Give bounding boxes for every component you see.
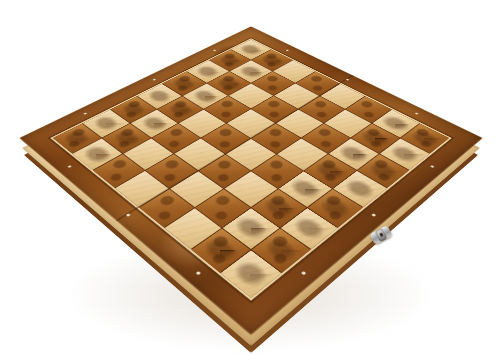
square-a8: ♜ [221,250,282,297]
board-frame: ♜♟♟♜♞♟♟♞♝♟♟♝♚♟♟♚♛♟♟♛♝♟♟♝♞♟♟♞♜♟♟♜ [19,26,483,335]
scene: ♜♟♟♜♞♟♟♞♝♟♟♝♚♟♟♚♛♟♟♛♝♟♟♝♞♟♟♞♜♟♟♜ [0,0,500,355]
product-photo: ♜♟♟♜♞♟♟♞♝♟♟♝♚♟♟♚♛♟♟♛♝♟♟♝♞♟♟♞♜♟♟♜ [0,0,500,355]
board-grid: ♜♟♟♜♞♟♟♞♝♟♟♝♚♟♟♚♛♟♟♛♝♟♟♝♞♟♟♞♜♟♟♜ [53,39,449,297]
screw-dot-icon [346,79,350,81]
screw-dot-icon [68,165,72,168]
chessboard: ♜♟♟♜♞♟♟♞♝♟♟♝♚♟♟♚♛♟♟♛♝♟♟♝♞♟♟♞♜♟♟♜ [19,26,483,335]
